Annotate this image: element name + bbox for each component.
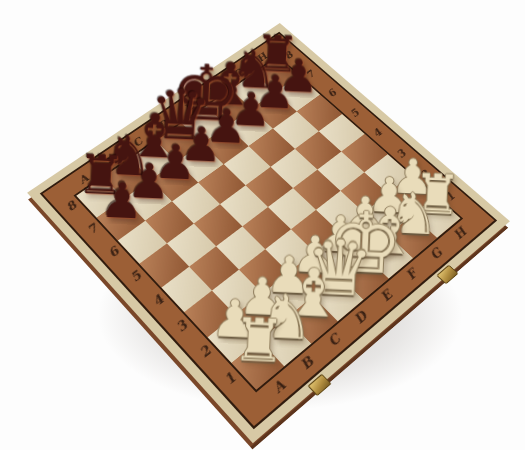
product-photo-scene: ABCDEFGH ABCDEFGH 87654321 87654321 ♜♞♝♛… (0, 0, 525, 450)
white-rook-glyph: ♜ (231, 310, 287, 371)
black-pawn-glyph: ♟ (99, 175, 145, 225)
